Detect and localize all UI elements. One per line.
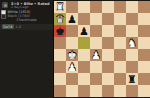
square-h3[interactable]: [138, 61, 150, 73]
white-rook[interactable]: ♜: [55, 1, 64, 13]
square-g1[interactable]: [126, 85, 138, 97]
square-c8[interactable]: [78, 1, 90, 13]
game-status: Checkmate: [0, 18, 53, 22]
square-a7[interactable]: ♛: [54, 13, 66, 25]
square-d7[interactable]: [90, 13, 102, 25]
square-f4[interactable]: [114, 49, 126, 61]
square-e7[interactable]: [102, 13, 114, 25]
square-h7[interactable]: [138, 13, 150, 25]
square-e5[interactable]: [102, 37, 114, 49]
square-h8[interactable]: [138, 1, 150, 13]
square-a1[interactable]: [54, 85, 66, 97]
square-b2[interactable]: [66, 73, 78, 85]
move-list-panel: Qa7#1-0: [0, 24, 53, 98]
square-c3[interactable]: [78, 61, 90, 73]
square-f8[interactable]: [114, 1, 126, 13]
white-pawn[interactable]: ♟: [67, 61, 76, 73]
square-d3[interactable]: [90, 61, 102, 73]
square-d5[interactable]: [90, 37, 102, 49]
square-e3[interactable]: [102, 61, 114, 73]
move-list[interactable]: Qa7#1-0: [0, 24, 53, 30]
square-h6[interactable]: [138, 25, 150, 37]
square-c1[interactable]: [78, 85, 90, 97]
square-a5[interactable]: [54, 37, 66, 49]
square-h1[interactable]: [138, 85, 150, 97]
square-f1[interactable]: [114, 85, 126, 97]
square-g5[interactable]: ♞: [126, 37, 138, 49]
square-g3[interactable]: [126, 61, 138, 73]
square-d6[interactable]: [90, 25, 102, 37]
game-clock-icon: [2, 2, 8, 8]
square-f5[interactable]: [114, 37, 126, 49]
square-d4[interactable]: ♟: [90, 49, 102, 61]
square-g8[interactable]: [126, 1, 138, 13]
square-h2[interactable]: [138, 73, 150, 85]
white-pawn[interactable]: ♟: [91, 49, 100, 61]
square-h4[interactable]: [138, 49, 150, 61]
black-king[interactable]: ♚: [55, 25, 64, 37]
square-a3[interactable]: [54, 61, 66, 73]
move-item[interactable]: Qa7#: [2, 24, 14, 29]
square-b7[interactable]: ♟: [66, 13, 78, 25]
square-b1[interactable]: [66, 85, 78, 97]
square-e2[interactable]: [102, 73, 114, 85]
square-g4[interactable]: [126, 49, 138, 61]
square-c7[interactable]: [78, 13, 90, 25]
square-c2[interactable]: [78, 73, 90, 85]
chess-board[interactable]: ♜♛♟♚♟♞♚♟♟♜: [54, 1, 150, 97]
square-f6[interactable]: [114, 25, 126, 37]
square-d8[interactable]: [90, 1, 102, 13]
square-g2[interactable]: ♜: [126, 73, 138, 85]
square-e4[interactable]: [102, 49, 114, 61]
square-e6[interactable]: [102, 25, 114, 37]
game-sidebar: 5+0 • Blitz • Rated 2 days ago White (18…: [0, 0, 53, 98]
white-queen[interactable]: ♛: [55, 13, 64, 25]
square-b3[interactable]: ♟: [66, 61, 78, 73]
square-b5[interactable]: [66, 37, 78, 49]
square-c4[interactable]: [78, 49, 90, 61]
black-pawn[interactable]: ♟: [67, 13, 76, 25]
square-f7[interactable]: [114, 13, 126, 25]
square-g6[interactable]: [126, 25, 138, 37]
square-c5[interactable]: [78, 37, 90, 49]
white-king[interactable]: ♚: [67, 49, 76, 61]
square-d2[interactable]: [90, 73, 102, 85]
square-g7[interactable]: [126, 13, 138, 25]
square-f2[interactable]: [114, 73, 126, 85]
white-knight[interactable]: ♞: [127, 37, 136, 49]
square-a4[interactable]: [54, 49, 66, 61]
square-a2[interactable]: [54, 73, 66, 85]
square-d1[interactable]: [90, 85, 102, 97]
square-b4[interactable]: ♚: [66, 49, 78, 61]
black-rook[interactable]: ♜: [127, 73, 136, 85]
move-item[interactable]: 1-0: [15, 25, 21, 29]
square-h5[interactable]: [138, 37, 150, 49]
square-b6[interactable]: [66, 25, 78, 37]
square-e8[interactable]: [102, 1, 114, 13]
square-a6[interactable]: ♚: [54, 25, 66, 37]
black-pawn[interactable]: ♟: [79, 25, 88, 37]
square-b8[interactable]: [66, 1, 78, 13]
square-e1[interactable]: [102, 85, 114, 97]
square-a8[interactable]: ♜: [54, 1, 66, 13]
square-f3[interactable]: [114, 61, 126, 73]
square-c6[interactable]: ♟: [78, 25, 90, 37]
